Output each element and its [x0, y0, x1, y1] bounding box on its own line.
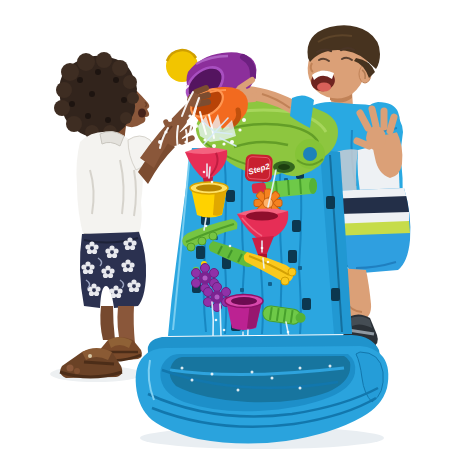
step2-logo: Step2 — [245, 154, 273, 182]
toddler-mouth — [138, 109, 146, 118]
product-photo: Step2 — [0, 0, 458, 458]
toddler-left — [54, 52, 155, 378]
base-basin — [136, 335, 389, 444]
toddler-leg-back — [100, 306, 115, 340]
toddler-shorts — [80, 232, 146, 308]
product-photo-scene: Step2 — [0, 0, 458, 458]
